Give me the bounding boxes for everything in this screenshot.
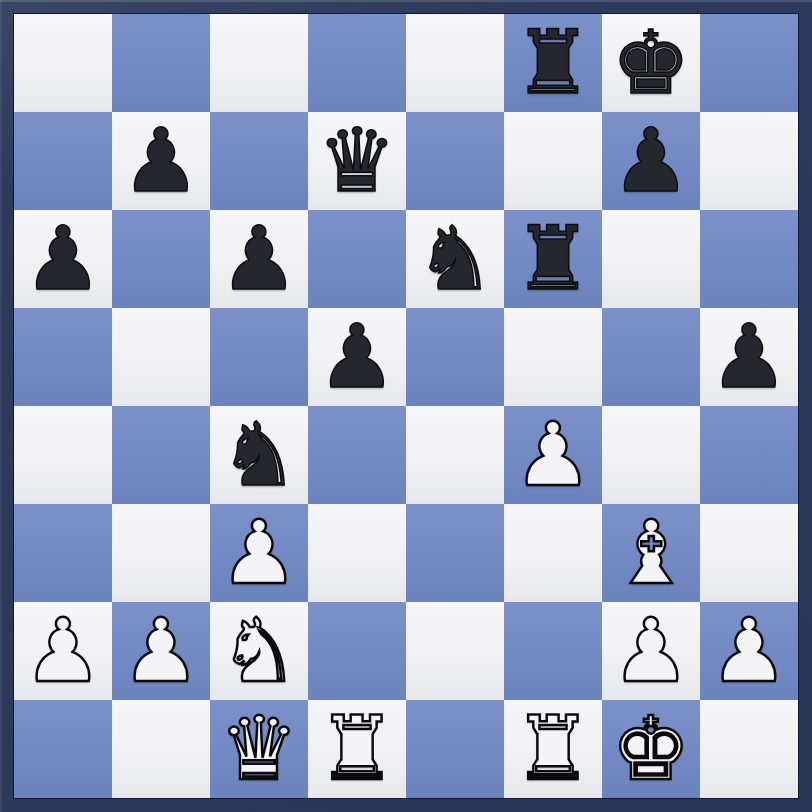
square-c4[interactable]: ♞ (210, 406, 308, 504)
square-g6[interactable] (602, 210, 700, 308)
piece-black-queen[interactable]: ♛ (318, 112, 397, 210)
piece-black-pawn[interactable]: ♟ (122, 112, 201, 210)
square-a4[interactable] (14, 406, 112, 504)
piece-white-king[interactable]: ♚ (612, 700, 691, 798)
square-c2[interactable]: ♞ (210, 602, 308, 700)
square-g5[interactable] (602, 308, 700, 406)
square-a8[interactable] (14, 14, 112, 112)
square-c3[interactable]: ♟ (210, 504, 308, 602)
square-f5[interactable] (504, 308, 602, 406)
square-g1[interactable]: ♚ (602, 700, 700, 798)
square-f1[interactable]: ♜ (504, 700, 602, 798)
square-f8[interactable]: ♜ (504, 14, 602, 112)
piece-black-rook[interactable]: ♜ (514, 210, 593, 308)
square-b1[interactable] (112, 700, 210, 798)
square-a7[interactable] (14, 112, 112, 210)
square-g2[interactable]: ♟ (602, 602, 700, 700)
square-b5[interactable] (112, 308, 210, 406)
piece-white-pawn[interactable]: ♟ (612, 602, 691, 700)
square-c5[interactable] (210, 308, 308, 406)
board-frame: ♜♚♟♛♟♟♟♞♜♟♟♞♟♟♝♟♟♞♟♟♛♜♜♚ (0, 0, 812, 812)
square-e5[interactable] (406, 308, 504, 406)
square-c7[interactable] (210, 112, 308, 210)
piece-white-pawn[interactable]: ♟ (220, 504, 299, 602)
piece-white-queen[interactable]: ♛ (220, 700, 299, 798)
square-b3[interactable] (112, 504, 210, 602)
piece-white-rook[interactable]: ♜ (514, 700, 593, 798)
square-e8[interactable] (406, 14, 504, 112)
square-b4[interactable] (112, 406, 210, 504)
square-f7[interactable] (504, 112, 602, 210)
square-h5[interactable]: ♟ (700, 308, 798, 406)
square-e6[interactable]: ♞ (406, 210, 504, 308)
square-d2[interactable] (308, 602, 406, 700)
square-h6[interactable] (700, 210, 798, 308)
piece-white-rook[interactable]: ♜ (318, 700, 397, 798)
piece-white-pawn[interactable]: ♟ (24, 602, 103, 700)
piece-black-pawn[interactable]: ♟ (220, 210, 299, 308)
piece-black-pawn[interactable]: ♟ (710, 308, 789, 406)
square-e4[interactable] (406, 406, 504, 504)
square-g8[interactable]: ♚ (602, 14, 700, 112)
square-b2[interactable]: ♟ (112, 602, 210, 700)
square-h1[interactable] (700, 700, 798, 798)
square-h4[interactable] (700, 406, 798, 504)
square-f6[interactable]: ♜ (504, 210, 602, 308)
square-d4[interactable] (308, 406, 406, 504)
square-c6[interactable]: ♟ (210, 210, 308, 308)
piece-white-pawn[interactable]: ♟ (710, 602, 789, 700)
square-a6[interactable]: ♟ (14, 210, 112, 308)
piece-black-knight[interactable]: ♞ (416, 210, 495, 308)
square-d5[interactable]: ♟ (308, 308, 406, 406)
square-e7[interactable] (406, 112, 504, 210)
square-g7[interactable]: ♟ (602, 112, 700, 210)
square-e2[interactable] (406, 602, 504, 700)
square-g3[interactable]: ♝ (602, 504, 700, 602)
square-h3[interactable] (700, 504, 798, 602)
piece-white-bishop[interactable]: ♝ (612, 504, 691, 602)
square-h8[interactable] (700, 14, 798, 112)
piece-black-king[interactable]: ♚ (612, 14, 691, 112)
square-h2[interactable]: ♟ (700, 602, 798, 700)
piece-white-knight[interactable]: ♞ (220, 602, 299, 700)
square-f4[interactable]: ♟ (504, 406, 602, 504)
piece-white-pawn[interactable]: ♟ (514, 406, 593, 504)
square-b6[interactable] (112, 210, 210, 308)
square-c1[interactable]: ♛ (210, 700, 308, 798)
square-d1[interactable]: ♜ (308, 700, 406, 798)
chess-board: ♜♚♟♛♟♟♟♞♜♟♟♞♟♟♝♟♟♞♟♟♛♜♜♚ (14, 14, 798, 798)
square-f3[interactable] (504, 504, 602, 602)
piece-black-pawn[interactable]: ♟ (318, 308, 397, 406)
piece-white-pawn[interactable]: ♟ (122, 602, 201, 700)
square-c8[interactable] (210, 14, 308, 112)
square-b7[interactable]: ♟ (112, 112, 210, 210)
square-h7[interactable] (700, 112, 798, 210)
piece-black-rook[interactable]: ♜ (514, 14, 593, 112)
square-g4[interactable] (602, 406, 700, 504)
square-a5[interactable] (14, 308, 112, 406)
piece-black-pawn[interactable]: ♟ (24, 210, 103, 308)
square-b8[interactable] (112, 14, 210, 112)
square-d6[interactable] (308, 210, 406, 308)
square-d7[interactable]: ♛ (308, 112, 406, 210)
square-e3[interactable] (406, 504, 504, 602)
piece-black-pawn[interactable]: ♟ (612, 112, 691, 210)
square-a1[interactable] (14, 700, 112, 798)
square-d8[interactable] (308, 14, 406, 112)
square-e1[interactable] (406, 700, 504, 798)
square-d3[interactable] (308, 504, 406, 602)
square-a3[interactable] (14, 504, 112, 602)
square-a2[interactable]: ♟ (14, 602, 112, 700)
piece-black-knight[interactable]: ♞ (220, 406, 299, 504)
square-f2[interactable] (504, 602, 602, 700)
